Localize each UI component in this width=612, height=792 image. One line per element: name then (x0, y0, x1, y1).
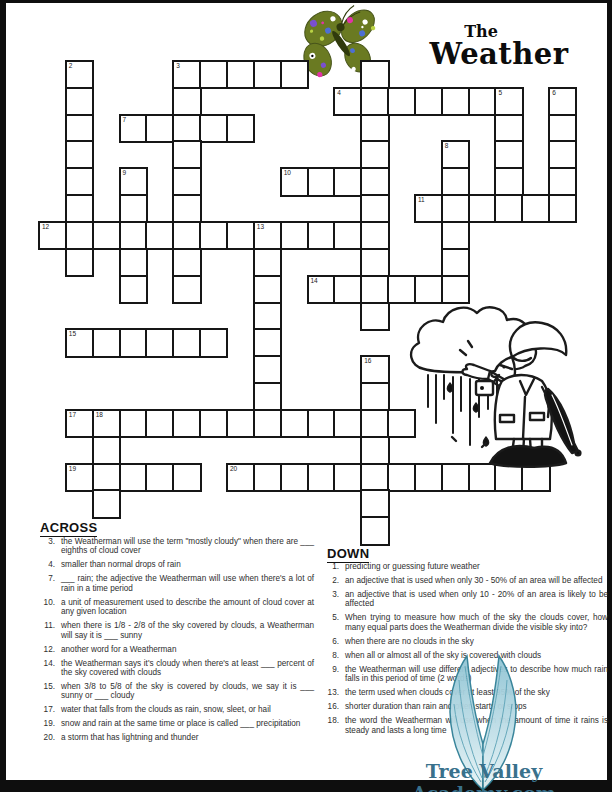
grid-cell[interactable] (494, 167, 523, 196)
clue-item-number: 13. (322, 688, 339, 697)
clue-item-text: water that falls from the clouds as rain… (61, 705, 314, 714)
clue-number-label: 15 (69, 330, 76, 338)
grid-cell[interactable] (65, 194, 94, 223)
grid-cell[interactable] (494, 194, 523, 223)
grid-cell[interactable]: 17 (65, 409, 94, 438)
grid-cell[interactable] (441, 194, 470, 223)
grid-cell[interactable] (253, 328, 282, 357)
grid-cell[interactable]: 4 (333, 87, 362, 116)
site-link[interactable]: Tree Valley Academy.com (358, 760, 610, 792)
clue-item-number: 2. (322, 576, 339, 585)
grid-cell[interactable] (360, 275, 389, 304)
clue-item-text: an adjective that is used when only 10 -… (345, 590, 608, 609)
clue-item-text: When trying to measure how much of the s… (345, 613, 608, 632)
grid-cell[interactable] (360, 221, 389, 250)
grid-cell[interactable] (226, 114, 255, 143)
clue-item: 17.water that falls from the clouds as r… (38, 705, 314, 714)
grid-cell[interactable] (92, 328, 121, 357)
grid-cell[interactable] (226, 409, 255, 438)
clue-item-number: 9. (322, 665, 339, 684)
grid-cell[interactable] (548, 167, 577, 196)
grid-cell[interactable] (172, 167, 201, 196)
grid-cell[interactable]: 5 (494, 87, 523, 116)
grid-cell[interactable] (414, 87, 443, 116)
grid-cell[interactable]: 6 (548, 87, 577, 116)
grid-cell[interactable] (307, 167, 336, 196)
clue-item-number: 4. (38, 560, 55, 569)
grid-cell[interactable] (468, 87, 497, 116)
clue-item-text: snow and rain at the same time or place … (61, 719, 314, 728)
clue-item-number: 5. (322, 613, 339, 632)
grid-cell[interactable] (307, 221, 336, 250)
grid-cell[interactable] (521, 194, 550, 223)
grid-cell[interactable] (360, 436, 389, 465)
grid-cell[interactable]: 7 (119, 114, 148, 143)
clue-item-text: ___ rain; the adjective the Weatherman w… (61, 574, 314, 593)
grid-cell[interactable]: 8 (441, 140, 470, 169)
grid-cell[interactable] (360, 489, 389, 518)
grid-cell[interactable] (199, 221, 228, 250)
grid-cell[interactable]: 12 (38, 221, 67, 250)
grid-cell[interactable] (172, 275, 201, 304)
grid-cell[interactable] (360, 516, 389, 545)
grid-cell[interactable] (119, 221, 148, 250)
grid-cell[interactable] (172, 463, 201, 492)
grid-cell[interactable] (360, 167, 389, 196)
grid-cell[interactable]: 9 (119, 167, 148, 196)
grid-cell[interactable] (280, 463, 309, 492)
clue-item: 6.when there are no clouds in the sky (322, 637, 608, 646)
grid-cell[interactable] (119, 275, 148, 304)
grid-cell[interactable] (360, 87, 389, 116)
clue-item-number: 11. (38, 621, 55, 640)
grid-cell[interactable] (494, 114, 523, 143)
grid-cell[interactable] (253, 382, 282, 411)
clue-number-label: 7 (123, 116, 127, 124)
grid-cell[interactable] (226, 60, 255, 89)
grid-cell[interactable] (172, 114, 201, 143)
grid-cell[interactable]: 20 (226, 463, 255, 492)
grid-cell[interactable] (119, 248, 148, 277)
grid-cell[interactable] (172, 140, 201, 169)
clue-item: 4.smaller than normal drops of rain (38, 560, 314, 569)
grid-cell[interactable] (253, 463, 282, 492)
clue-item-number: 15. (38, 682, 55, 701)
clue-item-text: an adjective that is used when only 30 -… (345, 576, 608, 585)
grid-cell[interactable] (280, 221, 309, 250)
grid-cell[interactable] (387, 87, 416, 116)
clue-item: 7.___ rain; the adjective the Weatherman… (38, 574, 314, 593)
grid-cell[interactable] (172, 194, 201, 223)
clue-number-label: 9 (123, 169, 127, 177)
clue-item-text: predicting or guessing future weather (345, 562, 608, 571)
clue-number-label: 12 (42, 223, 49, 231)
clue-item-number: 18. (322, 716, 339, 735)
grid-cell[interactable] (253, 60, 282, 89)
grid-cell[interactable] (65, 221, 94, 250)
clue-item: 3.an adjective that is used when only 10… (322, 590, 608, 609)
grid-cell[interactable] (253, 409, 282, 438)
grid-cell[interactable] (119, 409, 148, 438)
grid-cell[interactable]: 16 (360, 355, 389, 384)
grid-cell[interactable] (253, 302, 282, 331)
clue-item-number: 20. (38, 733, 55, 742)
down-section-header: DOWN (327, 546, 369, 563)
clue-item-number: 6. (322, 637, 339, 646)
grid-cell[interactable] (172, 328, 201, 357)
clue-number-label: 10 (284, 169, 291, 177)
grid-cell[interactable] (172, 409, 201, 438)
grid-cell[interactable] (360, 248, 389, 277)
grid-cell[interactable] (548, 140, 577, 169)
clue-number-label: 2 (69, 62, 73, 70)
grid-cell[interactable] (145, 463, 174, 492)
clue-item-text: a unit of measurement used to describe t… (61, 598, 314, 617)
clue-item: 14.the Weatherman says it's cloudy when … (38, 659, 314, 678)
grid-cell[interactable] (119, 194, 148, 223)
grid-cell[interactable] (199, 409, 228, 438)
grid-cell[interactable] (280, 60, 309, 89)
clue-item: 2.an adjective that is used when only 30… (322, 576, 608, 585)
clue-item-number: 16. (322, 702, 339, 711)
grid-cell[interactable] (199, 328, 228, 357)
grid-cell[interactable] (441, 87, 470, 116)
grid-cell[interactable] (441, 248, 470, 277)
grid-cell[interactable] (253, 248, 282, 277)
clue-number-label: 14 (311, 277, 318, 285)
grid-cell[interactable]: 18 (92, 409, 121, 438)
clue-item-number: 17. (38, 705, 55, 714)
grid-cell[interactable] (145, 328, 174, 357)
grid-cell[interactable] (119, 328, 148, 357)
grid-cell[interactable] (145, 114, 174, 143)
clue-item-number: 3. (38, 537, 55, 556)
grid-cell[interactable] (199, 114, 228, 143)
clue-item: 5.When trying to measure how much of the… (322, 613, 608, 632)
across-section-header: ACROSS (40, 520, 97, 537)
clue-item-text: a storm that has lightning and thunder (61, 733, 314, 742)
grid-cell[interactable] (253, 275, 282, 304)
clue-item-number: 14. (38, 659, 55, 678)
grid-cell[interactable] (441, 221, 470, 250)
clue-item-number: 3. (322, 590, 339, 609)
clue-item: 19.snow and rain at the same time or pla… (38, 719, 314, 728)
clue-number-label: 17 (69, 411, 76, 419)
grid-cell[interactable]: 19 (65, 463, 94, 492)
grid-cell[interactable] (65, 140, 94, 169)
grid-cell[interactable] (145, 409, 174, 438)
clue-item: 1.predicting or guessing future weather (322, 562, 608, 571)
clue-number-label: 18 (96, 411, 103, 419)
grid-cell[interactable] (333, 409, 362, 438)
clue-item: 3.the Weatherman will use the term "most… (38, 537, 314, 556)
grid-cell[interactable] (333, 167, 362, 196)
grid-cell[interactable] (172, 221, 201, 250)
clue-item-number: 7. (38, 574, 55, 593)
grid-cell[interactable] (92, 489, 121, 518)
clue-item-text: another word for a Weatherman (61, 645, 314, 654)
weatherman-rain-cloud-icon (400, 295, 600, 475)
grid-cell[interactable] (172, 87, 201, 116)
clue-item-number: 1. (322, 562, 339, 571)
clue-number-label: 16 (364, 357, 371, 365)
grid-cell[interactable] (307, 409, 336, 438)
clue-item: 20.a storm that has lightning and thunde… (38, 733, 314, 742)
clue-number-label: 3 (176, 62, 180, 70)
grid-cell[interactable] (494, 140, 523, 169)
grid-cell[interactable]: 11 (414, 194, 443, 223)
clue-item: 11.when there is 1/8 - 2/8 of the sky co… (38, 621, 314, 640)
grid-cell[interactable] (65, 87, 94, 116)
clue-number-label: 11 (418, 196, 425, 204)
grid-cell[interactable] (360, 409, 389, 438)
clue-item-number: 10. (38, 598, 55, 617)
crossword-grid: 234567891011121314151617181920 (0, 0, 612, 560)
clue-item-number: 8. (322, 651, 339, 660)
grid-cell[interactable] (145, 221, 174, 250)
clue-item: 15.when 3/8 to 5/8 of the sky is covered… (38, 682, 314, 701)
clue-item-text: when 3/8 to 5/8 of the sky is covered by… (61, 682, 314, 701)
clue-item-number: 12. (38, 645, 55, 654)
grid-cell[interactable] (333, 275, 362, 304)
grid-cell[interactable] (548, 114, 577, 143)
grid-cell[interactable]: 3 (172, 60, 201, 89)
grid-cell[interactable] (92, 436, 121, 465)
grid-cell[interactable] (360, 194, 389, 223)
clue-number-label: 8 (445, 142, 449, 150)
grid-cell[interactable] (468, 194, 497, 223)
grid-cell[interactable] (92, 463, 121, 492)
clue-number-label: 4 (337, 89, 341, 97)
worksheet-page: The Weather 2345678910111213141516171819… (0, 0, 612, 792)
grid-cell[interactable] (119, 463, 148, 492)
clue-number-label: 5 (498, 89, 502, 97)
clue-item-text: the Weatherman will use the term "mostly… (61, 537, 314, 556)
grid-cell[interactable] (360, 140, 389, 169)
across-clue-list: 3.the Weatherman will use the term "most… (38, 537, 314, 747)
grid-cell[interactable]: 14 (307, 275, 336, 304)
clue-number-label: 6 (552, 89, 556, 97)
grid-cell[interactable] (333, 463, 362, 492)
grid-cell[interactable] (65, 114, 94, 143)
clue-item: 12.another word for a Weatherman (38, 645, 314, 654)
clue-item-text: smaller than normal drops of rain (61, 560, 314, 569)
grid-cell[interactable] (92, 221, 121, 250)
clue-number-label: 20 (230, 465, 237, 473)
clue-item-text: the Weatherman says it's cloudy when the… (61, 659, 314, 678)
clue-item-text: when there is 1/8 - 2/8 of the sky cover… (61, 621, 314, 640)
grid-cell[interactable] (360, 382, 389, 411)
grid-cell[interactable] (360, 302, 389, 331)
grid-cell[interactable]: 13 (253, 221, 282, 250)
grid-cell[interactable] (360, 114, 389, 143)
grid-cell[interactable] (280, 409, 309, 438)
grid-cell[interactable]: 10 (280, 167, 309, 196)
grid-cell[interactable]: 2 (65, 60, 94, 89)
grid-cell[interactable] (65, 167, 94, 196)
grid-cell[interactable] (199, 60, 228, 89)
clue-number-label: 13 (257, 223, 264, 231)
grid-cell[interactable]: 15 (65, 328, 94, 357)
grid-cell[interactable] (253, 355, 282, 384)
clue-item: 10.a unit of measurement used to describ… (38, 598, 314, 617)
clue-item-text: when there are no clouds in the sky (345, 637, 608, 646)
grid-cell[interactable] (333, 221, 362, 250)
grid-cell[interactable] (172, 248, 201, 277)
grid-cell[interactable] (360, 463, 389, 492)
grid-cell[interactable] (441, 167, 470, 196)
grid-cell[interactable] (226, 221, 255, 250)
grid-cell[interactable] (65, 248, 94, 277)
clue-item-number: 19. (38, 719, 55, 728)
grid-cell[interactable] (548, 194, 577, 223)
grid-cell[interactable] (360, 60, 389, 89)
grid-cell[interactable] (307, 463, 336, 492)
clue-number-label: 19 (69, 465, 76, 473)
